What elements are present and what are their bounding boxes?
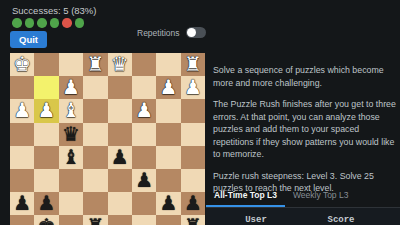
repetitions-toggle[interactable] [186,27,206,38]
black-pawn-b7[interactable]: ♟ [160,191,178,215]
white-pawn-g3[interactable]: ♟ [38,98,56,122]
toggle-knob [187,28,196,37]
square-e2[interactable] [83,76,107,99]
square-d7[interactable] [108,192,132,215]
square-f2[interactable]: ♟ [59,76,83,99]
info-paragraph: Solve a sequence of puzzles which become… [213,64,397,89]
white-rook-e1[interactable]: ♜ [86,52,104,76]
square-b3[interactable] [156,99,180,122]
square-e6[interactable] [83,169,107,192]
square-c7[interactable] [132,192,156,215]
square-a2[interactable]: ♟ [181,76,205,99]
square-f6[interactable] [59,169,83,192]
square-a3[interactable] [181,99,205,122]
white-pawn-h3[interactable]: ♟ [13,98,31,122]
black-rook-a8[interactable]: ♜ [184,214,202,225]
square-h3[interactable]: ♟ [10,99,34,122]
attempt-dot-success [75,18,85,28]
square-c1[interactable] [132,53,156,76]
white-queen-d1[interactable]: ♛ [111,52,129,76]
attempt-dot-success [37,18,47,28]
attempt-dot-success [25,18,35,28]
square-e3[interactable] [83,99,107,122]
leaderboard: All-Time Top L3 Weekly Top L3 User Score [206,186,400,225]
black-pawn-g7[interactable]: ♟ [38,191,56,215]
square-d6[interactable] [108,169,132,192]
square-g1[interactable] [34,53,58,76]
attempt-dot-fail [62,18,72,28]
black-pawn-h7[interactable]: ♟ [13,191,31,215]
column-header-user: User [206,215,306,225]
white-pawn-f2[interactable]: ♟ [62,75,80,99]
square-g8[interactable]: ♚ [34,215,58,225]
square-d4[interactable] [108,123,132,146]
square-d1[interactable]: ♛ [108,53,132,76]
square-h5[interactable] [10,146,34,169]
black-king-g8[interactable]: ♚ [38,214,56,225]
square-e8[interactable]: ♜ [83,215,107,225]
square-a6[interactable] [181,169,205,192]
square-d2[interactable] [108,76,132,99]
square-c5[interactable] [132,146,156,169]
successes-status: Successes: 5 (83%) [12,5,96,16]
square-c4[interactable] [132,123,156,146]
square-d3[interactable] [108,99,132,122]
square-g4[interactable] [34,123,58,146]
square-b8[interactable] [156,215,180,225]
square-f7[interactable] [59,192,83,215]
attempt-dots [12,18,84,28]
square-f3[interactable]: ♝ [59,99,83,122]
square-h1[interactable]: ♚ [10,53,34,76]
black-pawn-d5[interactable]: ♟ [111,145,129,169]
square-h6[interactable] [10,169,34,192]
square-f1[interactable] [59,53,83,76]
square-c3[interactable]: ♟ [132,99,156,122]
square-a5[interactable] [181,146,205,169]
square-f5[interactable]: ♝ [59,146,83,169]
white-bishop-f3[interactable]: ♝ [62,98,80,122]
black-rook-e8[interactable]: ♜ [86,214,104,225]
square-b6[interactable] [156,169,180,192]
square-g7[interactable]: ♟ [34,192,58,215]
square-h7[interactable]: ♟ [10,192,34,215]
attempt-dot-success [12,18,22,28]
white-pawn-a2[interactable]: ♟ [184,75,202,99]
square-f4[interactable]: ♛ [59,123,83,146]
white-pawn-b2[interactable]: ♟ [160,75,178,99]
square-c2[interactable] [132,76,156,99]
leaderboard-header-row: User Score [206,208,400,225]
quit-button[interactable]: Quit [10,31,47,48]
square-f8[interactable] [59,215,83,225]
square-g3[interactable]: ♟ [34,99,58,122]
black-queen-f4[interactable]: ♛ [62,122,80,146]
square-c6[interactable]: ♟ [132,169,156,192]
square-h4[interactable] [10,123,34,146]
square-h2[interactable] [10,76,34,99]
square-b7[interactable]: ♟ [156,192,180,215]
black-bishop-f5[interactable]: ♝ [62,145,80,169]
square-b1[interactable] [156,53,180,76]
square-e5[interactable] [83,146,107,169]
square-d8[interactable] [108,215,132,225]
leaderboard-tabs: All-Time Top L3 Weekly Top L3 [206,186,400,208]
square-c8[interactable] [132,215,156,225]
black-pawn-c6[interactable]: ♟ [135,168,153,192]
white-rook-a1[interactable]: ♜ [184,52,202,76]
white-king-h1[interactable]: ♚ [13,52,31,76]
square-a8[interactable]: ♜ [181,215,205,225]
square-e7[interactable] [83,192,107,215]
square-b5[interactable] [156,146,180,169]
square-g2[interactable] [34,76,58,99]
square-d5[interactable]: ♟ [108,146,132,169]
info-paragraph: The Puzzle Rush finishes after you get t… [213,98,397,161]
square-h8[interactable] [10,215,34,225]
square-a1[interactable]: ♜ [181,53,205,76]
chess-board[interactable]: ♚♜♛♜♟♟♟♟♟♝♟♛♝♟♟♟♟♟♟♚♜♜ [10,53,205,225]
repetitions-label: Repetitions [137,28,180,38]
square-g5[interactable] [34,146,58,169]
square-a7[interactable]: ♟ [181,192,205,215]
square-e4[interactable] [83,123,107,146]
square-g6[interactable] [34,169,58,192]
square-b2[interactable]: ♟ [156,76,180,99]
white-pawn-c3[interactable]: ♟ [135,98,153,122]
repetitions-control: Repetitions [137,27,206,38]
tab-weekly-top[interactable]: Weekly Top L3 [285,186,356,207]
square-a4[interactable] [181,123,205,146]
column-header-score: Score [306,215,376,225]
tab-all-time-top[interactable]: All-Time Top L3 [206,186,285,207]
attempt-dot-success [50,18,60,28]
square-b4[interactable] [156,123,180,146]
black-pawn-a7[interactable]: ♟ [184,191,202,215]
square-e1[interactable]: ♜ [83,53,107,76]
